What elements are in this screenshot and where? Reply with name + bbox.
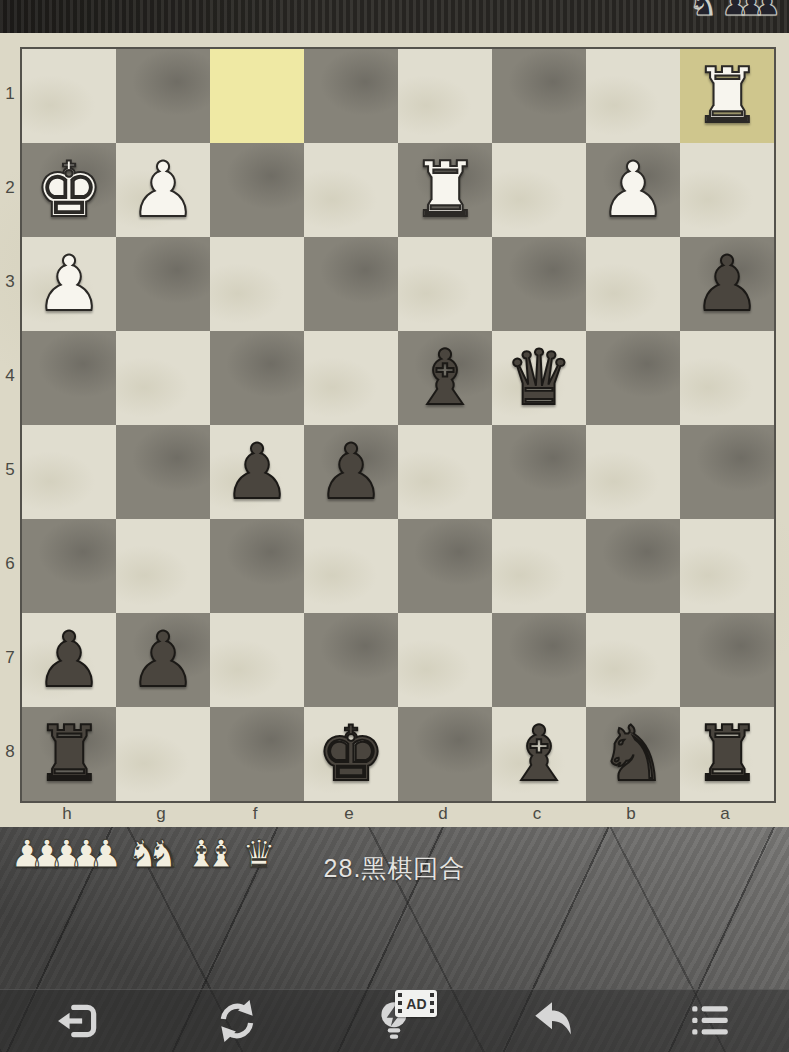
piece-black-pawn[interactable]: ♟ bbox=[129, 613, 197, 707]
file-label-c: c bbox=[490, 802, 584, 826]
square-d4[interactable]: ♝ bbox=[398, 331, 492, 425]
square-h5[interactable] bbox=[22, 425, 116, 519]
square-h2[interactable]: ♚ bbox=[22, 143, 116, 237]
square-e5[interactable]: ♟ bbox=[304, 425, 398, 519]
square-a6[interactable] bbox=[680, 519, 774, 613]
square-g3[interactable] bbox=[116, 237, 210, 331]
restart-icon bbox=[214, 998, 260, 1044]
square-b1[interactable] bbox=[586, 49, 680, 143]
square-g1[interactable] bbox=[116, 49, 210, 143]
square-b7[interactable] bbox=[586, 613, 680, 707]
square-g2[interactable]: ♟ bbox=[116, 143, 210, 237]
square-e8[interactable]: ♚ bbox=[304, 707, 398, 801]
rank-label-4: 4 bbox=[0, 329, 20, 423]
square-f1[interactable] bbox=[210, 49, 304, 143]
square-a2[interactable] bbox=[680, 143, 774, 237]
rank-label-3: 3 bbox=[0, 235, 20, 329]
square-e4[interactable] bbox=[304, 331, 398, 425]
square-d3[interactable] bbox=[398, 237, 492, 331]
square-a4[interactable] bbox=[680, 331, 774, 425]
square-c1[interactable] bbox=[492, 49, 586, 143]
file-label-e: e bbox=[302, 802, 396, 826]
square-b6[interactable] bbox=[586, 519, 680, 613]
rank-label-6: 6 bbox=[0, 517, 20, 611]
rank-label-1: 1 bbox=[0, 47, 20, 141]
square-e6[interactable] bbox=[304, 519, 398, 613]
square-h6[interactable] bbox=[22, 519, 116, 613]
square-f8[interactable] bbox=[210, 707, 304, 801]
piece-white-king[interactable]: ♚ bbox=[35, 143, 103, 237]
square-b4[interactable] bbox=[586, 331, 680, 425]
hint-button[interactable]: AD bbox=[365, 993, 423, 1049]
square-e7[interactable] bbox=[304, 613, 398, 707]
file-label-b: b bbox=[584, 802, 678, 826]
square-h1[interactable] bbox=[22, 49, 116, 143]
file-label-a: a bbox=[678, 802, 772, 826]
square-c3[interactable] bbox=[492, 237, 586, 331]
piece-black-knight[interactable]: ♞ bbox=[599, 707, 667, 801]
square-b2[interactable]: ♟ bbox=[586, 143, 680, 237]
file-labels: hgfedcba bbox=[20, 802, 772, 826]
file-label-f: f bbox=[208, 802, 302, 826]
square-f2[interactable] bbox=[210, 143, 304, 237]
piece-black-queen[interactable]: ♛ bbox=[505, 331, 573, 425]
square-h7[interactable]: ♟ bbox=[22, 613, 116, 707]
piece-black-rook[interactable]: ♜ bbox=[693, 707, 761, 801]
square-h3[interactable]: ♟ bbox=[22, 237, 116, 331]
piece-black-pawn[interactable]: ♟ bbox=[693, 237, 761, 331]
square-d5[interactable] bbox=[398, 425, 492, 519]
square-b8[interactable]: ♞ bbox=[586, 707, 680, 801]
square-e3[interactable] bbox=[304, 237, 398, 331]
bottom-toolbar: AD bbox=[0, 989, 789, 1052]
square-d6[interactable] bbox=[398, 519, 492, 613]
square-f6[interactable] bbox=[210, 519, 304, 613]
square-h4[interactable] bbox=[22, 331, 116, 425]
piece-black-bishop[interactable]: ♝ bbox=[411, 331, 479, 425]
piece-black-pawn[interactable]: ♟ bbox=[35, 613, 103, 707]
square-d2[interactable]: ♜ bbox=[398, 143, 492, 237]
top-wood-strip: ♞♟♟♟ bbox=[0, 0, 789, 33]
exit-button[interactable] bbox=[50, 993, 108, 1049]
square-c7[interactable] bbox=[492, 613, 586, 707]
square-c6[interactable] bbox=[492, 519, 586, 613]
square-a5[interactable] bbox=[680, 425, 774, 519]
square-g6[interactable] bbox=[116, 519, 210, 613]
square-c2[interactable] bbox=[492, 143, 586, 237]
square-f3[interactable] bbox=[210, 237, 304, 331]
square-g7[interactable]: ♟ bbox=[116, 613, 210, 707]
piece-white-pawn[interactable]: ♟ bbox=[599, 143, 667, 237]
square-b3[interactable] bbox=[586, 237, 680, 331]
square-c5[interactable] bbox=[492, 425, 586, 519]
square-a7[interactable] bbox=[680, 613, 774, 707]
square-f7[interactable] bbox=[210, 613, 304, 707]
square-f4[interactable] bbox=[210, 331, 304, 425]
turn-indicator-text: 28.黑棋回合 bbox=[0, 852, 789, 885]
list-icon bbox=[687, 998, 733, 1044]
ad-video-badge: AD bbox=[395, 990, 437, 1017]
piece-black-pawn[interactable]: ♟ bbox=[317, 425, 385, 519]
piece-white-rook[interactable]: ♜ bbox=[693, 49, 761, 143]
captured-black-pieces-tray: ♞♟♟♟ bbox=[689, 0, 785, 22]
moves-list-button[interactable] bbox=[681, 993, 739, 1049]
square-a8[interactable]: ♜ bbox=[680, 707, 774, 801]
square-b5[interactable] bbox=[586, 425, 680, 519]
piece-black-bishop[interactable]: ♝ bbox=[505, 707, 573, 801]
rank-labels: 12345678 bbox=[0, 47, 20, 799]
square-a1[interactable]: ♜ bbox=[680, 49, 774, 143]
captured-knight-group: ♞ bbox=[689, 0, 717, 22]
file-label-h: h bbox=[20, 802, 114, 826]
file-label-d: d bbox=[396, 802, 490, 826]
square-e1[interactable] bbox=[304, 49, 398, 143]
rank-label-5: 5 bbox=[0, 423, 20, 517]
square-e2[interactable] bbox=[304, 143, 398, 237]
piece-white-pawn[interactable]: ♟ bbox=[35, 237, 103, 331]
square-c8[interactable]: ♝ bbox=[492, 707, 586, 801]
square-h8[interactable]: ♜ bbox=[22, 707, 116, 801]
square-f5[interactable]: ♟ bbox=[210, 425, 304, 519]
square-d1[interactable] bbox=[398, 49, 492, 143]
board-grid: ♜♚♟♜♟♟♟♝♛♟♟♟♟♜♚♝♞♜ bbox=[20, 47, 776, 803]
captured-pawn-group: ♟♟♟ bbox=[721, 0, 781, 22]
piece-white-rook[interactable]: ♜ bbox=[411, 143, 479, 237]
square-d7[interactable] bbox=[398, 613, 492, 707]
rank-label-2: 2 bbox=[0, 141, 20, 235]
undo-arrow-icon bbox=[529, 998, 575, 1044]
piece-white-pawn[interactable]: ♟ bbox=[129, 143, 197, 237]
rank-label-7: 7 bbox=[0, 611, 20, 705]
square-d8[interactable] bbox=[398, 707, 492, 801]
piece-black-pawn[interactable]: ♟ bbox=[223, 425, 291, 519]
square-g4[interactable] bbox=[116, 331, 210, 425]
square-g8[interactable] bbox=[116, 707, 210, 801]
piece-black-rook[interactable]: ♜ bbox=[35, 707, 103, 801]
rank-label-8: 8 bbox=[0, 705, 20, 799]
square-c4[interactable]: ♛ bbox=[492, 331, 586, 425]
restart-button[interactable] bbox=[208, 993, 266, 1049]
file-label-g: g bbox=[114, 802, 208, 826]
undo-button[interactable] bbox=[523, 993, 581, 1049]
square-g5[interactable] bbox=[116, 425, 210, 519]
piece-black-king[interactable]: ♚ bbox=[317, 707, 385, 801]
board-panel: 12345678 ♜♚♟♜♟♟♟♝♛♟♟♟♟♜♚♝♞♜ hgfedcba bbox=[0, 33, 789, 827]
square-a3[interactable]: ♟ bbox=[680, 237, 774, 331]
exit-icon bbox=[56, 998, 102, 1044]
